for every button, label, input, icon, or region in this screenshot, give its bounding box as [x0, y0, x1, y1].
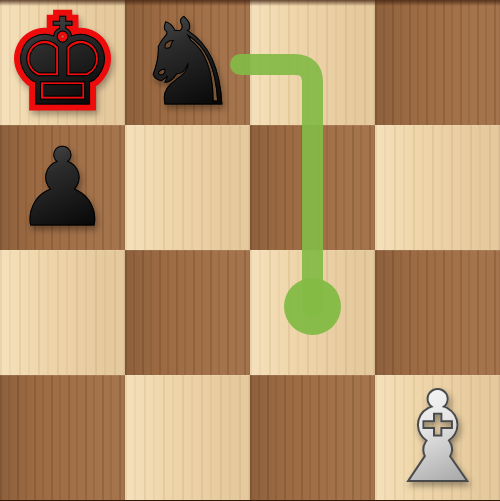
square-d6[interactable]	[375, 250, 500, 375]
piece-glyph: ♝	[381, 364, 494, 501]
square-c5[interactable]	[250, 375, 375, 500]
square-b5[interactable]	[125, 375, 250, 500]
square-b7[interactable]	[125, 125, 250, 250]
piece-glyph: ♞	[134, 0, 242, 132]
black-knight-piece[interactable]: ♞	[134, 3, 242, 123]
square-a5[interactable]	[0, 375, 125, 500]
square-c6[interactable]	[250, 250, 375, 375]
square-a6[interactable]	[0, 250, 125, 375]
square-c8[interactable]	[250, 0, 375, 125]
white-bishop-piece[interactable]: ♝	[381, 375, 494, 501]
piece-glyph: ♟	[14, 125, 111, 250]
square-a7[interactable]: ♟	[0, 125, 125, 250]
square-c7[interactable]	[250, 125, 375, 250]
square-b8[interactable]: ♞	[125, 0, 250, 125]
square-d8[interactable]	[375, 0, 500, 125]
square-d5[interactable]: ♝	[375, 375, 500, 500]
piece-glyph: ♚	[9, 0, 117, 132]
square-a8[interactable]: ♚♚	[0, 0, 125, 125]
square-d7[interactable]	[375, 125, 500, 250]
square-b6[interactable]	[125, 250, 250, 375]
chess-board: ♚♚♞♟♝	[0, 0, 500, 500]
black-king-piece[interactable]: ♚♚	[9, 3, 117, 123]
black-pawn-piece[interactable]: ♟	[14, 134, 111, 242]
